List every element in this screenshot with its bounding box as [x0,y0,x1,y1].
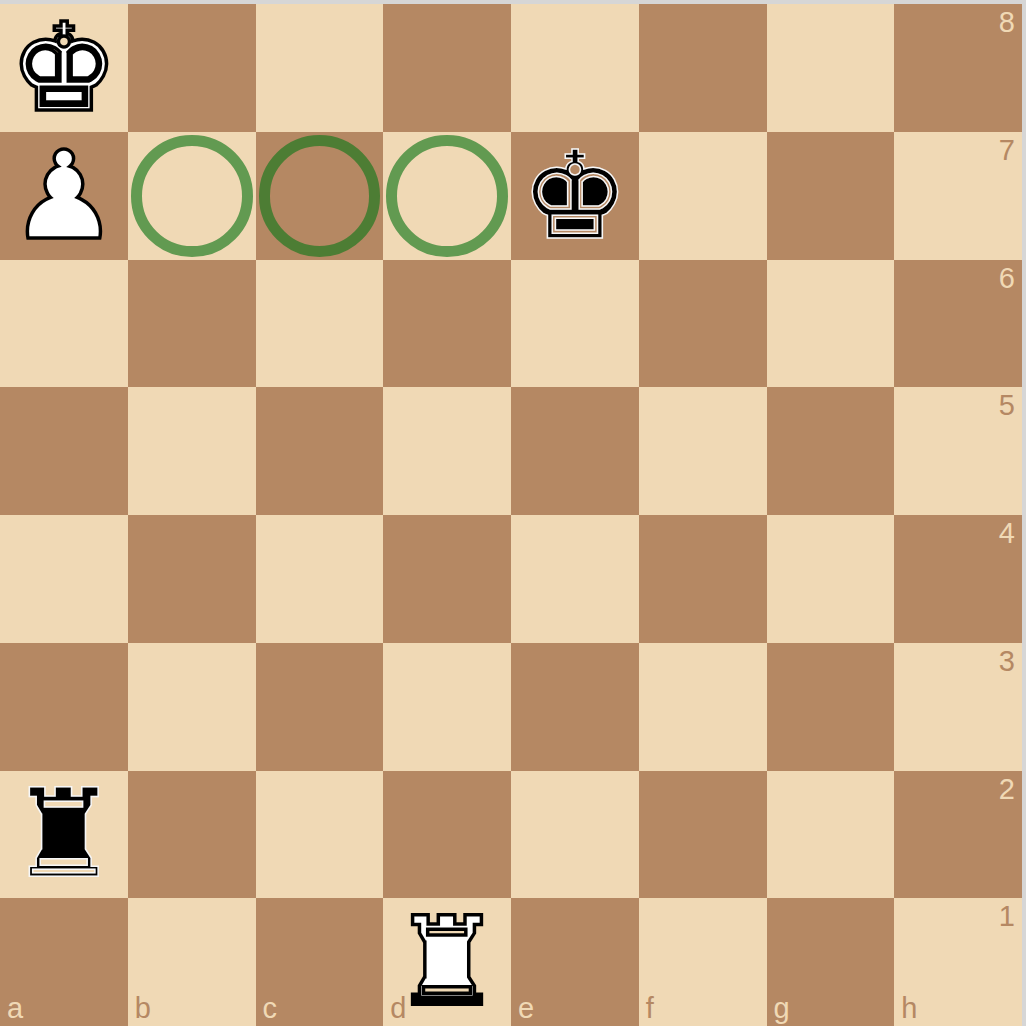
square-e7[interactable]: ♚ [511,132,639,260]
square-a6[interactable] [0,260,128,388]
square-c4[interactable] [256,515,384,643]
black-king[interactable]: ♚ [511,132,639,260]
square-c3[interactable] [256,643,384,771]
square-h8[interactable]: 8 [894,4,1022,132]
rank-label-2: 2 [999,775,1015,804]
square-e3[interactable] [511,643,639,771]
square-b6[interactable] [128,260,256,388]
square-b8[interactable] [128,4,256,132]
square-b7[interactable] [128,132,256,260]
square-h5[interactable]: 5 [894,387,1022,515]
square-b2[interactable] [128,771,256,899]
square-d1[interactable]: ♜d [383,898,511,1026]
square-d2[interactable] [383,771,511,899]
rank-label-4: 4 [999,519,1015,548]
square-f1[interactable]: f [639,898,767,1026]
move-hint-circle-c7 [259,135,381,257]
file-label-f: f [646,994,654,1023]
rank-label-3: 3 [999,647,1015,676]
square-d3[interactable] [383,643,511,771]
black-rook[interactable]: ♜ [0,771,128,899]
square-e4[interactable] [511,515,639,643]
square-a8[interactable]: ♚ [0,4,128,132]
square-e8[interactable] [511,4,639,132]
white-pawn[interactable]: ♟ [0,132,128,260]
square-f6[interactable] [639,260,767,388]
square-b5[interactable] [128,387,256,515]
square-d7[interactable] [383,132,511,260]
move-hint-circle-b7 [131,135,253,257]
file-label-b: b [135,994,151,1023]
file-label-g: g [774,994,790,1023]
square-e2[interactable] [511,771,639,899]
square-a3[interactable] [0,643,128,771]
square-h1[interactable]: 1h [894,898,1022,1026]
square-f5[interactable] [639,387,767,515]
square-d6[interactable] [383,260,511,388]
square-h7[interactable]: 7 [894,132,1022,260]
chess-board: ♚8♟♚76543♜2abc♜defg1h [0,4,1022,1026]
square-g2[interactable] [767,771,895,899]
rank-label-8: 8 [999,8,1015,37]
square-f2[interactable] [639,771,767,899]
white-king[interactable]: ♚ [0,4,128,132]
file-label-d: d [390,994,406,1023]
square-g8[interactable] [767,4,895,132]
rank-label-5: 5 [999,391,1015,420]
page: ♚8♟♚76543♜2abc♜defg1h [0,0,1026,1026]
file-label-c: c [263,994,278,1023]
square-e6[interactable] [511,260,639,388]
square-h2[interactable]: 2 [894,771,1022,899]
square-f8[interactable] [639,4,767,132]
square-c7[interactable] [256,132,384,260]
square-d4[interactable] [383,515,511,643]
square-g6[interactable] [767,260,895,388]
square-g4[interactable] [767,515,895,643]
square-h4[interactable]: 4 [894,515,1022,643]
square-c6[interactable] [256,260,384,388]
rank-label-7: 7 [999,136,1015,165]
square-g7[interactable] [767,132,895,260]
square-d5[interactable] [383,387,511,515]
square-f3[interactable] [639,643,767,771]
square-a1[interactable]: a [0,898,128,1026]
square-e5[interactable] [511,387,639,515]
square-c8[interactable] [256,4,384,132]
square-a2[interactable]: ♜ [0,771,128,899]
square-h6[interactable]: 6 [894,260,1022,388]
rank-label-1: 1 [999,902,1015,931]
rank-label-6: 6 [999,264,1015,293]
file-label-e: e [518,994,534,1023]
file-label-a: a [7,994,23,1023]
square-a4[interactable] [0,515,128,643]
square-f4[interactable] [639,515,767,643]
square-h3[interactable]: 3 [894,643,1022,771]
square-a5[interactable] [0,387,128,515]
move-hint-circle-d7 [386,135,508,257]
square-b1[interactable]: b [128,898,256,1026]
square-f7[interactable] [639,132,767,260]
square-b4[interactable] [128,515,256,643]
square-g5[interactable] [767,387,895,515]
square-e1[interactable]: e [511,898,639,1026]
square-c1[interactable]: c [256,898,384,1026]
square-g3[interactable] [767,643,895,771]
square-c5[interactable] [256,387,384,515]
square-a7[interactable]: ♟ [0,132,128,260]
square-d8[interactable] [383,4,511,132]
square-c2[interactable] [256,771,384,899]
square-g1[interactable]: g [767,898,895,1026]
square-b3[interactable] [128,643,256,771]
file-label-h: h [901,994,917,1023]
